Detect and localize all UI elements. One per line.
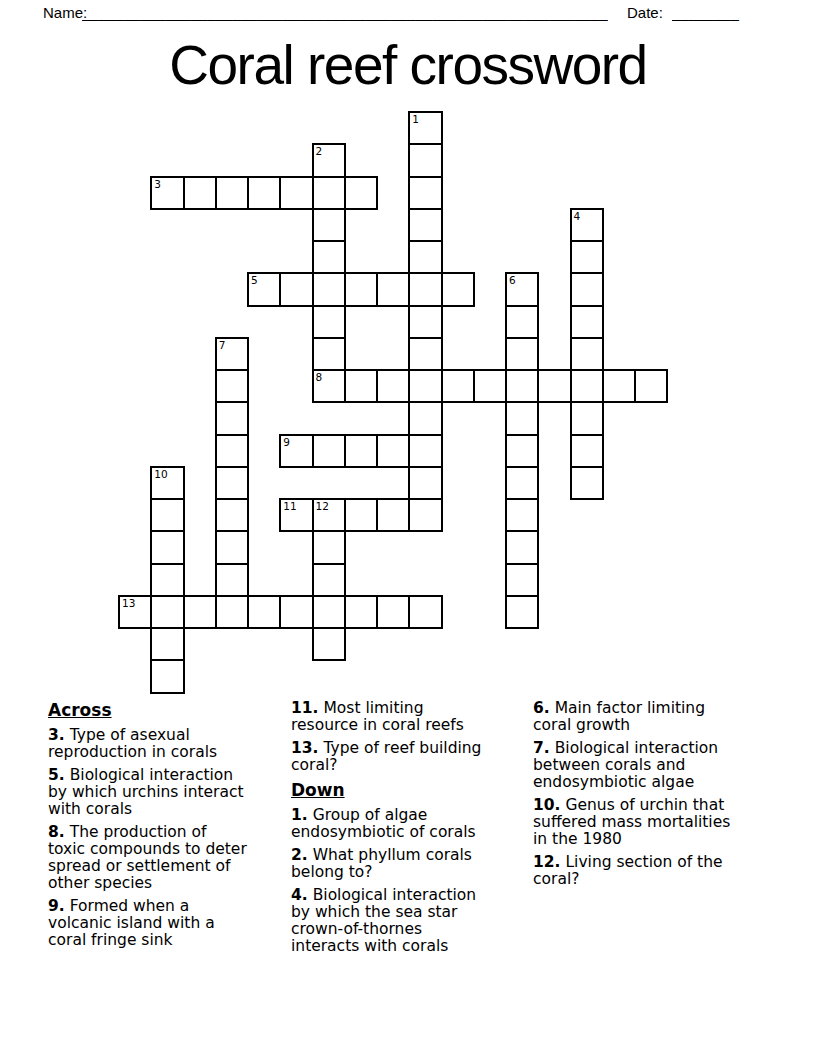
grid-cell-r2-c4[interactable] [247, 176, 281, 210]
clue-10: 10.Genus of urchin that suffered mass mo… [533, 797, 773, 848]
grid-cell-r11-c1[interactable]: 10 [150, 466, 184, 500]
cell-number-12: 12 [316, 501, 329, 512]
grid-cell-r12-c6[interactable]: 12 [312, 498, 346, 532]
clue-number-label: 8. [48, 823, 65, 841]
clue-4: 4.Biological interaction by which the se… [291, 887, 531, 955]
grid-cell-r7-c3[interactable]: 7 [215, 337, 249, 371]
grid-cell-r11-c12[interactable] [505, 466, 539, 500]
grid-cell-r5-c14[interactable] [570, 272, 604, 306]
clue-text: Formed when a volcanic island with a cor… [48, 897, 215, 949]
clue-text: Biological interaction by which the sea … [291, 886, 476, 955]
grid-cell-r12-c7[interactable] [344, 498, 378, 532]
grid-cell-r10-c14[interactable] [570, 434, 604, 468]
grid-cell-r6-c14[interactable] [570, 305, 604, 339]
grid-cell-r10-c8[interactable] [376, 434, 410, 468]
grid-cell-r5-c5[interactable] [279, 272, 313, 306]
grid-cell-r10-c3[interactable] [215, 434, 249, 468]
header-row: Name: __________________________________… [0, 0, 816, 28]
page-title: Coral reef crossword [0, 37, 816, 93]
grid-cell-r15-c5[interactable] [279, 595, 313, 629]
cell-number-9: 9 [283, 437, 290, 448]
grid-cell-r15-c6[interactable] [312, 595, 346, 629]
grid-cell-r4-c9[interactable] [408, 240, 442, 274]
clue-column-1: Across3.Type of asexual reproduction in … [48, 700, 288, 955]
grid-cell-r2-c6[interactable] [312, 176, 346, 210]
clue-number-label: 12. [533, 853, 560, 871]
name-blank-line: ________________________________________… [82, 4, 608, 21]
grid-cell-r4-c14[interactable] [570, 240, 604, 274]
grid-cell-r8-c12[interactable] [505, 369, 539, 403]
grid-cell-r16-c6[interactable] [312, 627, 346, 661]
grid-cell-r5-c8[interactable] [376, 272, 410, 306]
clue-2: 2.What phyllum corals belong to? [291, 847, 531, 881]
clue-number-label: 10. [533, 796, 560, 814]
clue-text: The production of toxic compounds to det… [48, 823, 247, 892]
cell-number-3: 3 [154, 179, 161, 190]
grid-cell-r13-c3[interactable] [215, 530, 249, 564]
clues-heading-down: Down [291, 780, 531, 800]
clue-column-3: 6.Main factor limiting coral growth7.Bio… [533, 700, 773, 894]
grid-cell-r12-c9[interactable] [408, 498, 442, 532]
grid-cell-r12-c1[interactable] [150, 498, 184, 532]
name-label: Name: [43, 4, 87, 21]
grid-cell-r4-c6[interactable] [312, 240, 346, 274]
clue-13: 13.Type of reef building coral? [291, 740, 531, 774]
grid-cell-r15-c9[interactable] [408, 595, 442, 629]
grid-cell-r12-c5[interactable]: 11 [279, 498, 313, 532]
grid-cell-r15-c1[interactable] [150, 595, 184, 629]
grid-cell-r11-c9[interactable] [408, 466, 442, 500]
grid-cell-r8-c15[interactable] [602, 369, 636, 403]
clue-number-label: 2. [291, 846, 308, 864]
grid-cell-r10-c12[interactable] [505, 434, 539, 468]
clue-number-label: 5. [48, 766, 65, 784]
clue-column-2: 11.Most limiting resource in coral reefs… [291, 700, 531, 961]
clue-11: 11.Most limiting resource in coral reefs [291, 700, 531, 734]
worksheet-page: Name: __________________________________… [0, 0, 816, 1056]
grid-cell-r2-c2[interactable] [183, 176, 217, 210]
grid-cell-r15-c0[interactable]: 13 [118, 595, 152, 629]
grid-cell-r7-c14[interactable] [570, 337, 604, 371]
grid-cell-r10-c9[interactable] [408, 434, 442, 468]
cell-number-1: 1 [412, 114, 419, 125]
grid-cell-r3-c9[interactable] [408, 208, 442, 242]
clue-number-label: 1. [291, 806, 308, 824]
date-blank-line: ________ [672, 4, 742, 21]
grid-cell-r14-c6[interactable] [312, 563, 346, 597]
grid-cell-r17-c1[interactable] [150, 659, 184, 693]
grid-cell-r16-c1[interactable] [150, 627, 184, 661]
clue-text: Biological interaction between corals an… [533, 739, 718, 791]
grid-cell-r13-c6[interactable] [312, 530, 346, 564]
grid-cell-r2-c5[interactable] [279, 176, 313, 210]
clue-text: Main factor limiting coral growth [533, 699, 705, 734]
grid-cell-r10-c7[interactable] [344, 434, 378, 468]
clue-number-label: 13. [291, 739, 318, 757]
clues-heading-across: Across [48, 700, 288, 720]
clue-6: 6.Main factor limiting coral growth [533, 700, 773, 734]
grid-cell-r0-c9[interactable]: 1 [408, 111, 442, 145]
grid-cell-r15-c12[interactable] [505, 595, 539, 629]
grid-cell-r9-c3[interactable] [215, 401, 249, 435]
grid-cell-r8-c10[interactable] [441, 369, 475, 403]
clue-number-label: 3. [48, 726, 65, 744]
grid-cell-r15-c8[interactable] [376, 595, 410, 629]
grid-cell-r2-c1[interactable]: 3 [150, 176, 184, 210]
grid-cell-r13-c12[interactable] [505, 530, 539, 564]
grid-cell-r6-c6[interactable] [312, 305, 346, 339]
grid-cell-r12-c12[interactable] [505, 498, 539, 532]
grid-cell-r10-c6[interactable] [312, 434, 346, 468]
clue-number-label: 6. [533, 699, 550, 717]
grid-cell-r5-c4[interactable]: 5 [247, 272, 281, 306]
grid-cell-r1-c9[interactable] [408, 143, 442, 177]
grid-cell-r8-c6[interactable]: 8 [312, 369, 346, 403]
grid-cell-r8-c8[interactable] [376, 369, 410, 403]
grid-cell-r2-c9[interactable] [408, 176, 442, 210]
grid-cell-r14-c12[interactable] [505, 563, 539, 597]
cell-number-5: 5 [251, 275, 258, 286]
grid-cell-r3-c14[interactable]: 4 [570, 208, 604, 242]
crossword-grid: 12345678910111213 [118, 111, 669, 694]
grid-cell-r6-c12[interactable] [505, 305, 539, 339]
grid-cell-r12-c8[interactable] [376, 498, 410, 532]
clue-text: Type of asexual reproduction in corals [48, 726, 217, 761]
cell-number-6: 6 [509, 275, 516, 286]
grid-cell-r11-c3[interactable] [215, 466, 249, 500]
clue-7: 7.Biological interaction between corals … [533, 740, 773, 791]
clue-text: What phyllum corals belong to? [291, 846, 472, 881]
clue-text: Genus of urchin that suffered mass morta… [533, 796, 730, 848]
grid-cell-r11-c14[interactable] [570, 466, 604, 500]
clue-text: Living section of the coral? [533, 853, 723, 888]
cell-number-10: 10 [154, 469, 167, 480]
grid-cell-r5-c12[interactable]: 6 [505, 272, 539, 306]
grid-cell-r14-c3[interactable] [215, 563, 249, 597]
grid-cell-r8-c9[interactable] [408, 369, 442, 403]
grid-cell-r9-c12[interactable] [505, 401, 539, 435]
grid-cell-r7-c9[interactable] [408, 337, 442, 371]
grid-cell-r15-c4[interactable] [247, 595, 281, 629]
grid-cell-r9-c14[interactable] [570, 401, 604, 435]
clue-9: 9.Formed when a volcanic island with a c… [48, 898, 288, 949]
grid-cell-r5-c9[interactable] [408, 272, 442, 306]
cell-number-4: 4 [574, 211, 581, 222]
clue-number-label: 9. [48, 897, 65, 915]
clue-5: 5.Biological interaction by which urchin… [48, 767, 288, 818]
clue-text: Biological interaction by which urchins … [48, 766, 244, 818]
grid-cell-r5-c7[interactable] [344, 272, 378, 306]
grid-cell-r8-c3[interactable] [215, 369, 249, 403]
grid-cell-r8-c11[interactable] [473, 369, 507, 403]
grid-cell-r13-c1[interactable] [150, 530, 184, 564]
grid-cell-r9-c9[interactable] [408, 401, 442, 435]
clue-number-label: 4. [291, 886, 308, 904]
grid-cell-r12-c3[interactable] [215, 498, 249, 532]
grid-cell-r3-c6[interactable] [312, 208, 346, 242]
grid-cell-r5-c6[interactable] [312, 272, 346, 306]
grid-cell-r2-c3[interactable] [215, 176, 249, 210]
clue-12: 12.Living section of the coral? [533, 854, 773, 888]
clue-number-label: 11. [291, 699, 318, 717]
clue-number-label: 7. [533, 739, 550, 757]
grid-cell-r8-c7[interactable] [344, 369, 378, 403]
grid-cell-r1-c6[interactable]: 2 [312, 143, 346, 177]
clue-text: Type of reef building coral? [291, 739, 481, 774]
grid-cell-r15-c3[interactable] [215, 595, 249, 629]
cell-number-11: 11 [283, 501, 296, 512]
grid-cell-r14-c1[interactable] [150, 563, 184, 597]
date-label: Date: [627, 4, 663, 21]
cell-number-8: 8 [316, 372, 323, 383]
grid-cell-r5-c10[interactable] [441, 272, 475, 306]
grid-cell-r15-c7[interactable] [344, 595, 378, 629]
cell-number-7: 7 [219, 340, 226, 351]
grid-cell-r7-c12[interactable] [505, 337, 539, 371]
grid-cell-r6-c9[interactable] [408, 305, 442, 339]
grid-cell-r10-c5[interactable]: 9 [279, 434, 313, 468]
grid-cell-r7-c6[interactable] [312, 337, 346, 371]
clue-8: 8.The production of toxic compounds to d… [48, 824, 288, 892]
clue-text: Group of algae endosymbiotic of corals [291, 806, 476, 841]
grid-cell-r8-c16[interactable] [634, 369, 668, 403]
grid-cell-r8-c14[interactable] [570, 369, 604, 403]
clue-3: 3.Type of asexual reproduction in corals [48, 727, 288, 761]
grid-cell-r15-c2[interactable] [183, 595, 217, 629]
grid-cell-r8-c13[interactable] [537, 369, 571, 403]
cell-number-13: 13 [122, 598, 135, 609]
grid-cell-r2-c7[interactable] [344, 176, 378, 210]
clue-1: 1.Group of algae endosymbiotic of corals [291, 807, 531, 841]
cell-number-2: 2 [316, 146, 323, 157]
